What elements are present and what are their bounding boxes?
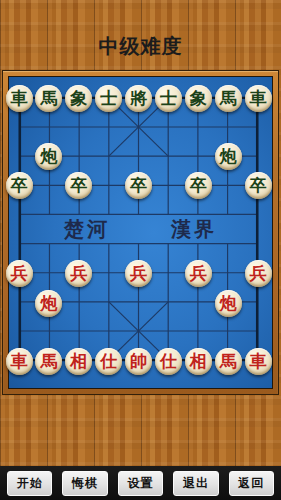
black-advisor[interactable]: 士 (155, 85, 182, 112)
black-elephant[interactable]: 象 (65, 85, 92, 112)
black-soldier[interactable]: 卒 (245, 172, 272, 199)
exit-button[interactable]: 退出 (173, 471, 218, 496)
black-horse[interactable]: 馬 (35, 85, 62, 112)
back-button[interactable]: 返回 (229, 471, 274, 496)
red-horse[interactable]: 馬 (215, 348, 242, 375)
black-elephant[interactable]: 象 (185, 85, 212, 112)
app-screen: 中级难度 楚河 漢界 車馬象士將士象馬車炮炮卒卒卒卒卒兵兵兵兵兵炮炮車馬相仕帥仕… (0, 0, 281, 500)
undo-button[interactable]: 悔棋 (62, 471, 107, 496)
black-soldier[interactable]: 卒 (6, 172, 33, 199)
red-cannon[interactable]: 炮 (215, 290, 242, 317)
xiangqi-board-frame: 楚河 漢界 車馬象士將士象馬車炮炮卒卒卒卒卒兵兵兵兵兵炮炮車馬相仕帥仕相馬車 (2, 70, 279, 395)
black-chariot[interactable]: 車 (245, 85, 272, 112)
black-advisor[interactable]: 士 (95, 85, 122, 112)
start-button[interactable]: 开始 (7, 471, 52, 496)
black-cannon[interactable]: 炮 (215, 143, 242, 170)
red-chariot[interactable]: 車 (245, 348, 272, 375)
red-chariot[interactable]: 車 (6, 348, 33, 375)
black-horse[interactable]: 馬 (215, 85, 242, 112)
board-grid-lines (9, 77, 272, 388)
river-label-left: 楚河 (64, 216, 110, 243)
xiangqi-board[interactable]: 楚河 漢界 車馬象士將士象馬車炮炮卒卒卒卒卒兵兵兵兵兵炮炮車馬相仕帥仕相馬車 (8, 76, 273, 389)
difficulty-title: 中级难度 (0, 33, 281, 60)
black-general[interactable]: 將 (125, 85, 152, 112)
red-soldier[interactable]: 兵 (6, 260, 33, 287)
red-soldier[interactable]: 兵 (245, 260, 272, 287)
settings-button[interactable]: 设置 (118, 471, 163, 496)
red-cannon[interactable]: 炮 (35, 290, 62, 317)
river-label-right: 漢界 (171, 216, 217, 243)
bottom-toolbar: 开始 悔棋 设置 退出 返回 (0, 466, 281, 500)
black-chariot[interactable]: 車 (6, 85, 33, 112)
